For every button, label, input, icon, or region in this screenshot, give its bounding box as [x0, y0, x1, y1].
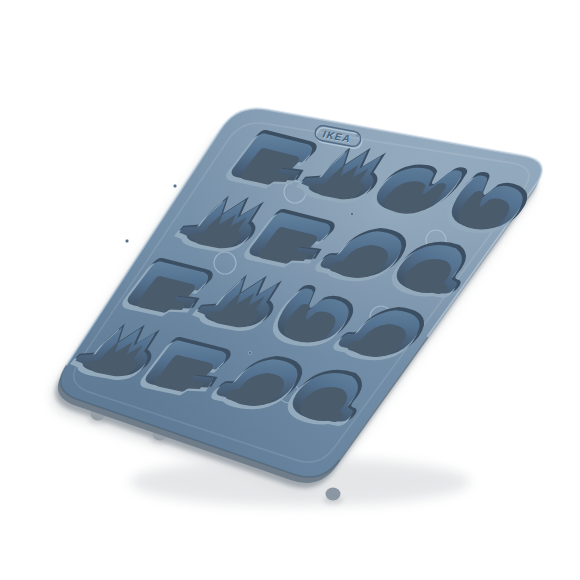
- mold-mark-dot: [248, 351, 251, 354]
- tray-foot: [326, 488, 341, 501]
- product-photo: IKEA IKEA ®: [0, 0, 580, 580]
- mold-mark-dot: [173, 184, 176, 187]
- mold-mark-dot: [125, 239, 128, 242]
- mold-mark-dot: [350, 212, 353, 215]
